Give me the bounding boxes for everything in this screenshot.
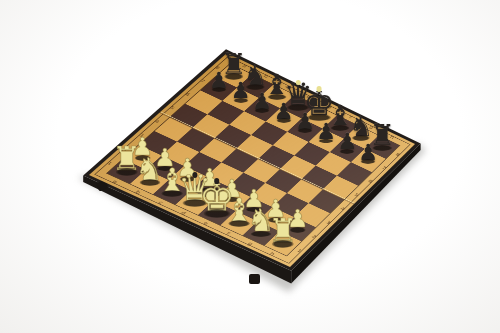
latch-tab-front	[249, 274, 260, 284]
product-photo-stage: aa11bb22cc33dd44ee55ff66gg77hh88 ♜♞♝♛♚♝♞…	[0, 0, 500, 333]
